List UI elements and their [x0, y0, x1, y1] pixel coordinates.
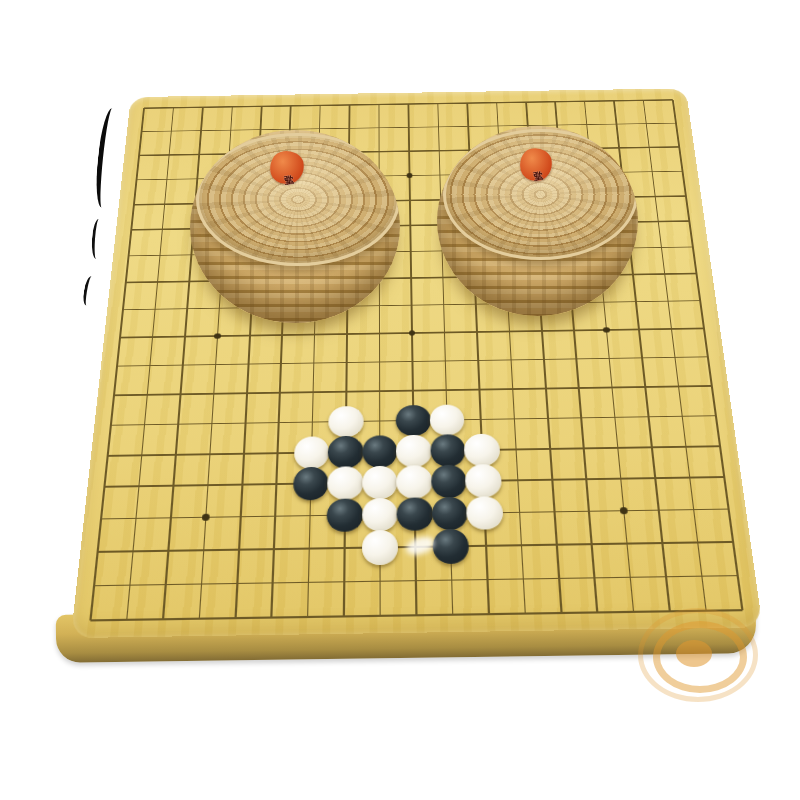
star-point: [406, 173, 412, 178]
stone-white-c12r15[interactable]: [465, 464, 502, 497]
seal-characters-left: 弘堂: [283, 167, 292, 168]
photo-scratch-3: [81, 275, 96, 306]
stone-white-c10r15[interactable]: [396, 466, 432, 499]
grid-line-v: [672, 100, 744, 610]
star-point: [214, 333, 221, 339]
watermark-core: [676, 640, 712, 667]
stone-black-c7r15[interactable]: [293, 467, 329, 500]
stone-black-c10r16[interactable]: [397, 497, 434, 531]
stone-black-c11r14[interactable]: [430, 434, 466, 467]
stone-black-c9r14[interactable]: [362, 435, 397, 468]
stone-black-c11r16[interactable]: [431, 497, 468, 531]
stone-white-c9r17[interactable]: [362, 530, 399, 565]
star-point: [409, 330, 415, 336]
stone-black-c10r13[interactable]: [396, 405, 431, 437]
stone-white-c9r16[interactable]: [362, 498, 398, 532]
grid-lines: [131, 88, 686, 97]
go-board[interactable]: [71, 88, 763, 638]
stone-black-c11r15[interactable]: [431, 465, 468, 498]
stone-white-c11r13[interactable]: [429, 404, 465, 436]
stone-white-c8r13[interactable]: [328, 406, 363, 438]
stone-white-c8r15[interactable]: [327, 467, 363, 500]
star-point: [620, 508, 627, 514]
stone-basket-right: 弘堂: [437, 126, 638, 316]
stone-black-c11r17[interactable]: [432, 529, 470, 564]
stone-white-c7r14[interactable]: [294, 436, 330, 469]
stone-white-c12r16[interactable]: [466, 496, 504, 530]
stone-white-c10r14[interactable]: [396, 435, 432, 468]
stone-black-c8r16[interactable]: [327, 498, 363, 532]
basket-seal-left: 弘堂: [268, 149, 306, 186]
photo-scratch-1: [93, 107, 121, 208]
star-point: [603, 327, 610, 333]
product-photo-scene: 弘堂 弘堂: [0, 0, 800, 800]
star-point: [202, 514, 209, 521]
seal-characters-right: 弘堂: [531, 164, 540, 165]
stone-basket-left: 弘堂: [190, 130, 400, 323]
stone-black-c8r14[interactable]: [328, 436, 364, 469]
photo-scratch-2: [91, 219, 105, 260]
board-surface[interactable]: [71, 88, 763, 638]
basket-seal-right: 弘堂: [518, 146, 554, 183]
stone-white-c12r14[interactable]: [464, 434, 501, 467]
chalk-smudge: [403, 533, 437, 558]
star-points: [131, 88, 686, 97]
stone-white-c9r15[interactable]: [362, 466, 398, 499]
stones-layer: [131, 88, 686, 97]
